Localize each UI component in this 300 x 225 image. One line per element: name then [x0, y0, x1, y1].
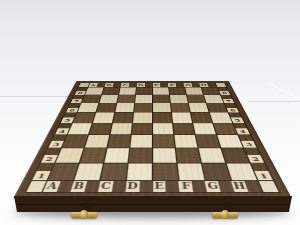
square-b5[interactable] — [93, 113, 114, 123]
strip-spacer-bottom-3 — [139, 181, 153, 192]
rank-label-right-3: 3 — [241, 141, 256, 148]
strip-spacer-bottom-2 — [111, 181, 126, 192]
rank-label-right-1-text: 1 — [258, 171, 269, 180]
square-g4[interactable] — [193, 123, 216, 134]
square-a5[interactable] — [73, 113, 95, 123]
square-c1[interactable] — [101, 163, 128, 180]
square-c7[interactable] — [117, 95, 135, 103]
square-e6[interactable] — [153, 103, 171, 112]
square-e2[interactable] — [153, 148, 176, 162]
brass-latch-right-icon — [212, 212, 238, 218]
square-d7[interactable] — [135, 95, 152, 103]
square-g6[interactable] — [189, 103, 209, 112]
square-f1[interactable] — [178, 163, 205, 180]
square-e8[interactable] — [153, 87, 169, 94]
rank-label-left-2-text: 2 — [44, 155, 54, 163]
square-g8[interactable] — [185, 87, 203, 94]
brass-latch-left-icon — [71, 212, 97, 218]
square-c6[interactable] — [115, 103, 134, 112]
square-a2[interactable] — [56, 148, 84, 162]
square-h5[interactable] — [210, 113, 232, 123]
square-a7[interactable] — [81, 95, 101, 103]
square-b4[interactable] — [89, 123, 112, 134]
square-g2[interactable] — [199, 148, 225, 162]
square-d5[interactable] — [133, 113, 152, 123]
rank-label-right-2-text: 2 — [250, 155, 260, 163]
file-label-bottom-E-text: E — [155, 181, 165, 192]
square-b3[interactable] — [85, 135, 109, 148]
square-b2[interactable] — [80, 148, 106, 162]
latch-keeper-right — [225, 203, 232, 209]
square-a8[interactable] — [85, 87, 103, 94]
square-e4[interactable] — [153, 123, 173, 134]
latch-keeper-left — [84, 203, 91, 209]
square-f4[interactable] — [173, 123, 194, 134]
square-h8[interactable] — [201, 87, 219, 94]
square-f8[interactable] — [169, 87, 186, 94]
square-e3[interactable] — [153, 135, 175, 148]
square-f5[interactable] — [172, 113, 192, 123]
file-label-bottom-C-text: C — [100, 181, 112, 192]
file-label-bottom-F-text: F — [181, 181, 191, 192]
square-b7[interactable] — [99, 95, 118, 103]
square-c2[interactable] — [104, 148, 129, 162]
file-label-bottom-D-text: D — [127, 181, 138, 192]
square-a3[interactable] — [62, 135, 88, 148]
rank-label-right-2: 2 — [247, 155, 264, 163]
strip-spacer-bottom-4 — [166, 181, 180, 192]
file-label-bottom-E: E — [153, 181, 167, 192]
file-labels-bottom: ABCDEFGH — [43, 181, 262, 192]
backdrop-seam-right — [248, 101, 300, 102]
square-d8[interactable] — [136, 87, 152, 94]
square-f7[interactable] — [170, 95, 188, 103]
square-c5[interactable] — [113, 113, 133, 123]
backdrop-scratch — [268, 83, 300, 103]
square-b1[interactable] — [74, 163, 103, 180]
square-g7[interactable] — [187, 95, 206, 103]
strip-spacer-right-0 — [251, 163, 269, 171]
square-c8[interactable] — [119, 87, 136, 94]
square-d4[interactable] — [132, 123, 152, 134]
square-g5[interactable] — [191, 113, 212, 123]
square-f3[interactable] — [174, 135, 197, 148]
square-a4[interactable] — [68, 123, 92, 134]
square-c4[interactable] — [110, 123, 131, 134]
square-b8[interactable] — [102, 87, 120, 94]
rank-label-right-3-text: 3 — [244, 141, 253, 148]
square-d1[interactable] — [127, 163, 152, 180]
photo-scene: ABCDEFGH 87654321 87654321 ABCDEFGH — [0, 0, 300, 225]
square-b6[interactable] — [96, 103, 116, 112]
square-d3[interactable] — [130, 135, 152, 148]
square-c3[interactable] — [108, 135, 131, 148]
square-e1[interactable] — [153, 163, 178, 180]
file-label-bottom-D: D — [125, 181, 139, 192]
rank-label-right-1: 1 — [254, 171, 272, 180]
square-h7[interactable] — [204, 95, 224, 103]
square-h6[interactable] — [207, 103, 228, 112]
square-e5[interactable] — [153, 113, 172, 123]
rank-label-left-3-text: 3 — [52, 141, 61, 148]
square-d6[interactable] — [134, 103, 152, 112]
square-e7[interactable] — [153, 95, 170, 103]
square-d2[interactable] — [129, 148, 152, 162]
square-f2[interactable] — [176, 148, 201, 162]
strip-spacer-right-1 — [244, 148, 260, 155]
rank-label-left-1-text: 1 — [36, 171, 47, 180]
square-a6[interactable] — [77, 103, 98, 112]
front-edge-seam — [17, 204, 289, 205]
square-f6[interactable] — [171, 103, 190, 112]
square-g3[interactable] — [196, 135, 220, 148]
